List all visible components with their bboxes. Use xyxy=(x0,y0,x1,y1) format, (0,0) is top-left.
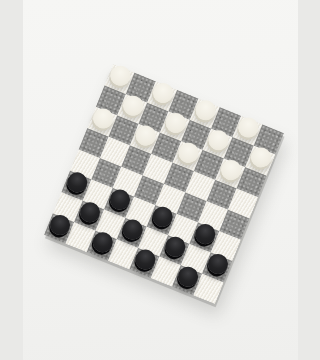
photo-background xyxy=(23,0,298,360)
checkers-board xyxy=(44,64,284,304)
